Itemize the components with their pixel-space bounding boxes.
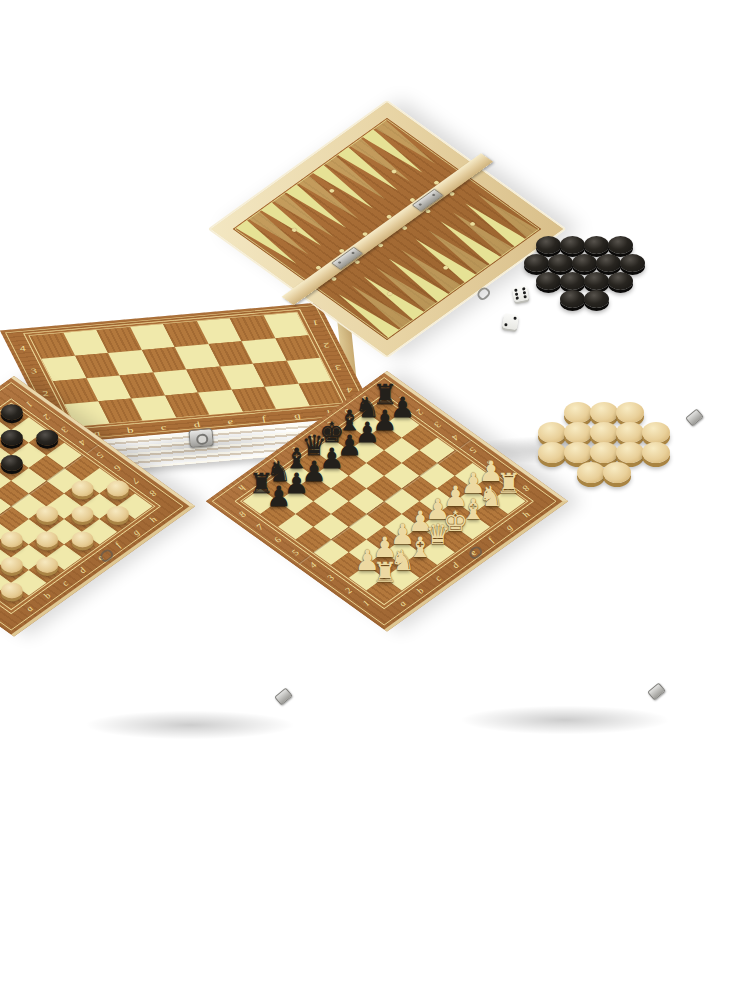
checker-disc — [0, 455, 22, 471]
checker-disc — [71, 506, 93, 522]
file-label: b — [111, 425, 148, 435]
perspective-wrapper: abcdefghabcdefgh8765432187654321♜♞♝♛♚♝♞♜… — [385, 500, 741, 756]
file-label: c — [145, 422, 182, 432]
file-label: g — [278, 410, 315, 420]
view-chess-open: abcdefghabcdefgh8765432187654321♜♞♝♛♚♝♞♜… — [385, 450, 741, 806]
file-label: e — [211, 416, 248, 426]
checker-disc — [0, 430, 22, 446]
checker-disc — [0, 531, 22, 547]
checker-disc — [71, 531, 93, 547]
checker-disc — [36, 557, 58, 573]
checker-disc — [106, 481, 128, 497]
checker-disc — [0, 582, 22, 598]
piece-glyph: ♟ — [263, 483, 293, 511]
checker-disc — [0, 557, 22, 573]
closed-chessboard-half-grid — [30, 312, 343, 426]
piece-glyph: ♜ — [369, 559, 399, 587]
metal-clasp-icon — [188, 428, 213, 448]
checker-disc — [36, 531, 58, 547]
checker-disc — [36, 430, 58, 446]
file-label: f — [245, 413, 282, 423]
checker-disc — [36, 506, 58, 522]
checker-disc — [71, 481, 93, 497]
checker-disc — [106, 506, 128, 522]
checker-disc — [0, 404, 22, 420]
product-photo-canvas: abcdefgh 4321 4321 abcdefgha — [0, 0, 750, 1000]
